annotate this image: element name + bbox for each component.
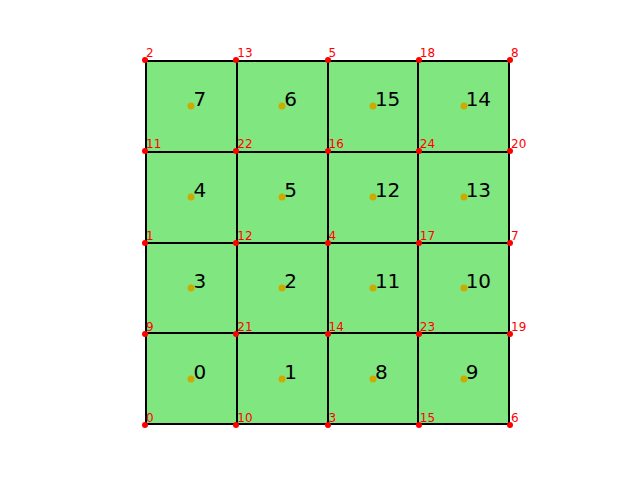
mesh-cell: 8 xyxy=(328,333,419,424)
mesh-cell: 15 xyxy=(328,61,419,152)
cell-index-label: 7 xyxy=(193,89,206,109)
mesh-cell: 5 xyxy=(237,152,328,243)
vertex-index-label: 5 xyxy=(329,47,337,60)
mesh-cell: 6 xyxy=(237,61,328,152)
mesh-cell: 4 xyxy=(146,152,237,243)
cell-index-label: 5 xyxy=(284,180,297,200)
vertex-index-label: 2 xyxy=(146,47,154,60)
cell-index-label: 9 xyxy=(466,362,479,382)
cell-index-label: 6 xyxy=(284,89,297,109)
cell-index-label: 4 xyxy=(193,180,206,200)
vertex-index-label: 18 xyxy=(420,47,435,60)
mesh-cell: 14 xyxy=(418,61,509,152)
mesh-cell: 3 xyxy=(146,243,237,334)
vertex-index-label: 13 xyxy=(237,47,252,60)
cell-index-label: 8 xyxy=(375,362,388,382)
mesh-figure: 7615144512133211100189 21351881122162420… xyxy=(0,0,640,480)
vertex-index-label: 7 xyxy=(511,229,519,242)
cell-index-label: 15 xyxy=(375,89,400,109)
vertex-index-label: 6 xyxy=(511,412,519,425)
mesh-cell: 7 xyxy=(146,61,237,152)
cell-index-label: 13 xyxy=(466,180,491,200)
mesh-cell: 9 xyxy=(418,333,509,424)
cell-index-label: 14 xyxy=(466,89,491,109)
mesh-cell: 12 xyxy=(328,152,419,243)
mesh-cell: 0 xyxy=(146,333,237,424)
vertex-index-label: 20 xyxy=(511,138,526,151)
cell-index-label: 1 xyxy=(284,362,297,382)
cell-index-label: 12 xyxy=(375,180,400,200)
mesh-board: 7615144512133211100189 xyxy=(145,60,510,425)
vertex-index-label: 8 xyxy=(511,47,519,60)
cell-index-label: 10 xyxy=(466,271,491,291)
mesh-cell: 2 xyxy=(237,243,328,334)
mesh-cell: 11 xyxy=(328,243,419,334)
mesh-cell: 10 xyxy=(418,243,509,334)
cell-index-label: 11 xyxy=(375,271,400,291)
cell-index-label: 2 xyxy=(284,271,297,291)
mesh-cell: 1 xyxy=(237,333,328,424)
cell-index-label: 0 xyxy=(193,362,206,382)
mesh-cell: 13 xyxy=(418,152,509,243)
cell-index-label: 3 xyxy=(193,271,206,291)
vertex-index-label: 19 xyxy=(511,321,526,334)
